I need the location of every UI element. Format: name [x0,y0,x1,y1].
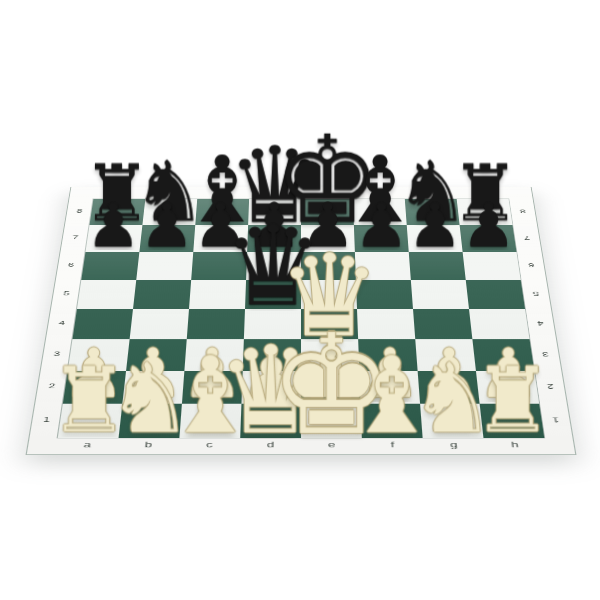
file-label-d: d [240,441,301,449]
file-label-h: h [484,441,546,449]
square-b1 [119,404,182,438]
square-c1 [179,404,241,438]
square-g4 [413,309,472,339]
rank-label-left-1: 1 [32,416,61,423]
square-d8 [248,199,301,225]
rank-label-left-6: 6 [58,262,84,267]
square-c8 [195,199,249,225]
square-e8 [301,199,354,225]
square-f4 [357,309,415,339]
square-b4 [130,309,189,339]
square-h1 [480,404,545,438]
square-f3 [358,339,417,371]
square-e3 [301,339,359,371]
square-a3 [68,339,130,371]
square-d6 [246,252,301,280]
square-b2 [122,371,184,404]
square-a5 [77,280,136,309]
square-f6 [355,252,411,280]
square-g8 [405,199,460,225]
square-a6 [81,252,139,280]
square-h5 [466,280,525,309]
rank-label-right-3: 3 [531,351,559,357]
square-h3 [472,339,534,371]
file-label-e: e [301,441,362,449]
square-e4 [301,309,358,339]
file-label-c: c [179,441,240,449]
square-c7 [193,225,248,252]
file-label-b: b [117,441,179,449]
square-b7 [139,225,195,252]
square-b6 [136,252,193,280]
square-f8 [353,199,407,225]
square-g2 [418,371,480,404]
square-c5 [189,280,246,309]
square-b5 [133,280,191,309]
file-label-g: g [423,441,485,449]
square-a7 [86,225,143,252]
square-c3 [184,339,243,371]
square-d3 [243,339,301,371]
chess-board: 8877665544332211abcdefgh♜♞♝♛♚♝♞♜♟♟♟♟♟♟♟♟… [26,187,577,455]
square-d2 [241,371,301,404]
square-f1 [361,404,423,438]
square-d4 [244,309,301,339]
square-h7 [460,225,517,252]
square-f5 [356,280,413,309]
square-c2 [182,371,243,404]
square-d7 [247,225,301,252]
square-c4 [187,309,245,339]
square-d5 [245,280,301,309]
rank-label-right-5: 5 [522,291,549,297]
square-e5 [301,280,357,309]
square-h2 [476,371,539,404]
square-g6 [409,252,466,280]
square-e7 [301,225,355,252]
square-f2 [359,371,420,404]
rank-label-right-2: 2 [536,383,564,389]
square-f7 [354,225,409,252]
square-b8 [142,199,197,225]
rank-label-right-7: 7 [514,235,540,240]
square-e1 [301,404,362,438]
rank-label-left-7: 7 [62,235,88,240]
square-a2 [63,371,126,404]
rank-label-left-2: 2 [38,383,66,389]
square-a1 [58,404,123,438]
square-e6 [301,252,356,280]
rank-label-right-1: 1 [541,416,570,423]
rank-label-right-4: 4 [527,320,554,326]
rank-label-right-6: 6 [518,262,544,267]
rank-label-right-8: 8 [510,209,535,214]
square-a4 [72,309,133,339]
board-squares [58,199,545,438]
square-h6 [463,252,521,280]
square-g7 [407,225,463,252]
file-label-f: f [362,441,423,449]
square-g3 [415,339,476,371]
rank-label-left-5: 5 [53,291,80,297]
square-g5 [411,280,469,309]
square-b3 [126,339,187,371]
square-h8 [457,199,513,225]
chess-set-photo: 8877665544332211abcdefgh♜♞♝♛♚♝♞♜♟♟♟♟♟♟♟♟… [0,0,600,600]
rank-label-left-3: 3 [43,351,71,357]
square-e2 [301,371,361,404]
square-c6 [191,252,247,280]
square-h4 [469,309,530,339]
rank-label-left-4: 4 [48,320,75,326]
square-a8 [90,199,146,225]
square-g1 [420,404,483,438]
rank-label-left-8: 8 [67,209,92,214]
square-d1 [240,404,301,438]
file-label-a: a [56,441,118,449]
